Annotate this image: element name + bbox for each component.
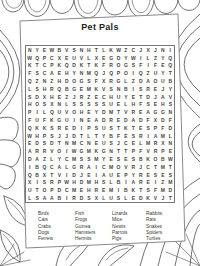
grid-cell: L (107, 179, 114, 187)
grid-cell: Y (70, 69, 77, 77)
grid-cell: B (56, 194, 63, 202)
grid-cell: O (41, 186, 48, 194)
grid-cell: E (63, 124, 70, 132)
grid-cell: M (159, 163, 166, 171)
word-column: LizardsMiceNewtsParrotsPigs (112, 211, 127, 242)
grid-cell: D (56, 186, 63, 194)
grid-cell: Q (167, 54, 174, 62)
grid-cell: N (56, 101, 63, 109)
grid-cell: E (100, 54, 107, 62)
grid-cell: P (41, 132, 48, 140)
grid-cell: H (85, 186, 92, 194)
grid-cell: Z (144, 69, 151, 77)
word-item: Ferrets (38, 236, 53, 242)
grid-cell: D (167, 124, 174, 132)
grid-cell: P (26, 108, 33, 116)
grid-cell: J (159, 194, 166, 202)
grid-cell: E (78, 186, 85, 194)
grid-cell: W (26, 132, 33, 140)
grid-cell: S (33, 85, 40, 93)
grid-cell: Y (167, 85, 174, 93)
grid-cell: M (107, 108, 114, 116)
grid-cell: M (159, 132, 166, 140)
grid-cell: S (107, 85, 114, 93)
grid-cell: E (159, 62, 166, 70)
grid-cell: R (33, 147, 40, 155)
grid-cell: X (41, 171, 48, 179)
grid-cell: K (144, 194, 151, 202)
grid-cell: O (56, 147, 63, 155)
grid-cell: E (107, 155, 114, 163)
page-title: Pet Pals (0, 22, 200, 32)
grid-cell: R (152, 140, 159, 148)
grid-cell: E (115, 171, 122, 179)
grid-cell: Y (159, 69, 166, 77)
word-item: Crabs (38, 224, 53, 230)
grid-cell: S (85, 155, 92, 163)
word-column: FishFrogsGuineaHamstersHermits (75, 211, 96, 242)
grid-cell: S (107, 140, 114, 148)
grid-cell: Q (107, 69, 114, 77)
grid-cell: T (78, 132, 85, 140)
grid-cell: T (48, 171, 55, 179)
grid-cell: D (48, 140, 55, 148)
grid-cell: K (33, 124, 40, 132)
grid-cell: E (159, 171, 166, 179)
grid-cell: Y (122, 93, 129, 101)
grid-cell: A (41, 194, 48, 202)
grid-cell: E (100, 186, 107, 194)
grid-cell: U (159, 77, 166, 85)
grid-cell: M (70, 140, 77, 148)
grid-cell: U (56, 108, 63, 116)
grid-cell: L (122, 77, 129, 85)
grid-cell: A (48, 194, 55, 202)
grid-cell: U (107, 171, 114, 179)
grid-cell: B (107, 132, 114, 140)
word-item: Newts (112, 224, 127, 230)
grid-cell: D (70, 62, 77, 70)
grid-cell: A (33, 155, 40, 163)
grid-cell: D (137, 77, 144, 85)
grid-cell: E (93, 93, 100, 101)
grid-cell: C (78, 140, 85, 148)
grid-cell: Y (33, 46, 40, 54)
grid-cell: H (70, 179, 77, 187)
grid-cell: O (122, 69, 129, 77)
grid-cell: E (56, 69, 63, 77)
grid-cell: S (26, 93, 33, 101)
grid-cell: R (107, 116, 114, 124)
grid-cell: B (63, 85, 70, 93)
grid-cell: H (85, 46, 92, 54)
grid-cell: R (107, 77, 114, 85)
grid-cell: Q (56, 85, 63, 93)
grid-cell: R (137, 179, 144, 187)
grid-cell: D (159, 116, 166, 124)
grid-cell: G (70, 85, 77, 93)
grid-cell: D (167, 186, 174, 194)
grid-cell: D (78, 179, 85, 187)
grid-cell: N (85, 140, 92, 148)
grid-cell: D (100, 116, 107, 124)
grid-cell: W (48, 46, 55, 54)
grid-cell: I (122, 179, 129, 187)
grid-cell: N (167, 140, 174, 148)
grid-cell: P (48, 186, 55, 194)
grid-cell: N (167, 108, 174, 116)
grid-cell: K (122, 124, 129, 132)
grid-cell: D (78, 194, 85, 202)
grid-cell: L (137, 140, 144, 148)
grid-cell: S (137, 85, 144, 93)
grid-cell: X (152, 116, 159, 124)
grid-cell: O (115, 163, 122, 171)
grid-cell: G (100, 147, 107, 155)
grid-cell: P (115, 69, 122, 77)
grid-cell: O (152, 155, 159, 163)
grid-cell: E (115, 101, 122, 109)
grid-cell: S (93, 101, 100, 109)
grid-cell: I (78, 124, 85, 132)
grid-cell: X (48, 101, 55, 109)
grid-cell: T (33, 62, 40, 70)
grid-cell: Z (48, 77, 55, 85)
grid-cell: R (56, 124, 63, 132)
grid-cell: S (152, 171, 159, 179)
grid-cell: P (48, 62, 55, 70)
grid-cell: R (107, 62, 114, 70)
grid-cell: A (159, 93, 166, 101)
grid-cell: K (26, 62, 33, 70)
grid-cell: S (130, 132, 137, 140)
grid-cell: I (167, 46, 174, 54)
grid-cell: X (144, 46, 151, 54)
grid-cell: T (167, 194, 174, 202)
grid-cell: U (115, 93, 122, 101)
grid-cell: I (152, 179, 159, 187)
grid-cell: A (152, 132, 159, 140)
grid-cell: A (144, 108, 151, 116)
grid-cell: I (26, 163, 33, 171)
grid-cell: E (152, 101, 159, 109)
grid-cell: S (93, 124, 100, 132)
grid-cell: B (122, 85, 129, 93)
grid-cell: N (41, 77, 48, 85)
grid-cell: S (33, 69, 40, 77)
grid-cell: T (115, 147, 122, 155)
grid-cell: F (159, 124, 166, 132)
grid-cell: B (159, 155, 166, 163)
grid-cell: Y (100, 155, 107, 163)
grid-cell: I (93, 163, 100, 171)
grid-cell: W (26, 54, 33, 62)
grid-cell: H (56, 77, 63, 85)
grid-cell: E (122, 132, 129, 140)
grid-cell: V (63, 46, 70, 54)
grid-cell: E (93, 140, 100, 148)
grid-cell: O (70, 77, 77, 85)
puzzle-page: Pet Pals NYEWBVSNHTLKWZCJXJNIWQPCXEUVLXE… (0, 0, 200, 266)
grid-cell: Z (159, 179, 166, 187)
grid-cell: J (56, 132, 63, 140)
grid-cell: V (122, 163, 129, 171)
grid-cell: G (78, 147, 85, 155)
grid-cell: C (122, 140, 129, 148)
grid-cell: A (144, 77, 151, 85)
grid-cell: S (78, 155, 85, 163)
grid-cell: C (63, 186, 70, 194)
grid-cell: R (48, 85, 55, 93)
grid-cell: I (33, 108, 40, 116)
grid-cell: N (63, 140, 70, 148)
grid-cell: L (122, 194, 129, 202)
grid-cell: M (85, 147, 92, 155)
grid-cell: S (41, 101, 48, 109)
grid-cell: Z (122, 46, 129, 54)
grid-cell: E (85, 171, 92, 179)
grid-cell: D (137, 116, 144, 124)
grid-cell: E (85, 108, 92, 116)
grid-cell: S (78, 101, 85, 109)
grid-cell: C (144, 163, 151, 171)
grid-cell: I (63, 171, 70, 179)
grid-cell: K (56, 62, 63, 70)
grid-cell: A (26, 147, 33, 155)
grid-cell: W (70, 147, 77, 155)
grid-cell: D (122, 116, 129, 124)
grid-cell: S (85, 101, 92, 109)
grid-cell: B (33, 171, 40, 179)
grid-cell: S (130, 155, 137, 163)
grid-cell: T (167, 69, 174, 77)
grid-cell: J (152, 93, 159, 101)
grid-cell: S (144, 186, 151, 194)
grid-cell: P (152, 124, 159, 132)
grid-cell: V (100, 85, 107, 93)
grid-cell: Y (93, 108, 100, 116)
grid-cell: V (56, 171, 63, 179)
grid-cell: R (48, 179, 55, 187)
grid-cell: Q (63, 62, 70, 70)
grid-cell: E (115, 116, 122, 124)
grid-cell: G (70, 163, 77, 171)
grid-cell: F (26, 69, 33, 77)
grid-cell: T (152, 163, 159, 171)
grid-cell: T (137, 186, 144, 194)
grid-cell: V (144, 147, 151, 155)
grid-cell: G (78, 77, 85, 85)
grid-cell: L (63, 101, 70, 109)
grid-cell: C (63, 155, 70, 163)
grid-cell: N (159, 46, 166, 54)
grid-cell: B (137, 155, 144, 163)
grid-cell: S (144, 124, 151, 132)
grid-cell: Z (33, 77, 40, 85)
grid-cell: H (107, 93, 114, 101)
grid-cell: Y (100, 132, 107, 140)
grid-cell: D (26, 155, 33, 163)
grid-cell: K (41, 124, 48, 132)
grid-cell: I (130, 85, 137, 93)
grid-cell: P (130, 147, 137, 155)
grid-cell: Z (41, 155, 48, 163)
grid-cell: P (159, 147, 166, 155)
grid-cell: T (122, 147, 129, 155)
grid-cell: H (48, 93, 55, 101)
grid-cell: U (70, 54, 77, 62)
grid-cell: H (41, 85, 48, 93)
grid-cell: J (152, 46, 159, 54)
grid-cell: S (107, 124, 114, 132)
word-item: Turtles (146, 236, 162, 242)
grid-cell: E (144, 171, 151, 179)
grid-cell: F (137, 101, 144, 109)
grid-cell: F (152, 186, 159, 194)
grid-cell: N (78, 46, 85, 54)
grid-cell: U (152, 69, 159, 77)
grid-cell: C (100, 93, 107, 101)
grid-cell: R (130, 163, 137, 171)
grid-cell: B (33, 163, 40, 171)
grid-cell: C (130, 46, 137, 54)
grid-cell: D (33, 93, 40, 101)
grid-cell: B (56, 46, 63, 54)
grid-cell: D (70, 132, 77, 140)
grid-cell: E (63, 54, 70, 62)
grid-cell: T (93, 46, 100, 54)
grid-cell: Z (63, 93, 70, 101)
grid-cell: O (152, 77, 159, 85)
grid-cell: S (115, 194, 122, 202)
grid-cell: J (78, 171, 85, 179)
grid-cell: Y (56, 155, 63, 163)
grid-cell: L (100, 46, 107, 54)
grid-cell: C (48, 54, 55, 62)
grid-cell: M (70, 155, 77, 163)
grid-cell: D (137, 194, 144, 202)
grid-cell: K (107, 46, 114, 54)
grid-cell: H (78, 108, 85, 116)
grid-cell: R (130, 108, 137, 116)
grid-cell: O (115, 62, 122, 70)
grid-cell: W (130, 54, 137, 62)
grid-cell: Z (152, 54, 159, 62)
grid-cell: N (107, 147, 114, 155)
grid-cell: E (130, 140, 137, 148)
grid-cell: L (41, 108, 48, 116)
grid-cell: G (115, 77, 122, 85)
grid-cell: Q (41, 163, 48, 171)
grid-cell: T (130, 124, 137, 132)
grid-cell: X (93, 54, 100, 62)
grid-cell: G (122, 62, 129, 70)
grid-cell: S (70, 101, 77, 109)
grid-cell: M (93, 155, 100, 163)
grid-cell: I (130, 69, 137, 77)
grid-cell: H (93, 179, 100, 187)
word-item: Hermits (75, 236, 96, 242)
grid-cell: L (167, 132, 174, 140)
grid-cell: M (70, 186, 77, 194)
grid-cell: O (33, 101, 40, 109)
grid-cell: L (48, 155, 55, 163)
grid-cell: E (56, 93, 63, 101)
grid-cell: N (78, 69, 85, 77)
grid-cell: F (26, 116, 33, 124)
grid-cell: J (159, 85, 166, 93)
grid-cell: E (78, 85, 85, 93)
grid-cell: Y (130, 171, 137, 179)
grid-cell: T (137, 93, 144, 101)
grid-cell: G (159, 108, 166, 116)
grid-cell: I (93, 171, 100, 179)
grid-cell: T (115, 124, 122, 132)
grid-cell: C (100, 163, 107, 171)
grid-cell: L (122, 101, 129, 109)
grid-cell: E (137, 108, 144, 116)
grid-cell: J (63, 132, 70, 140)
grid-cell: S (41, 179, 48, 187)
grid-cell: Q (48, 108, 55, 116)
grid-cell: Y (159, 54, 166, 62)
grid-cell: C (48, 163, 55, 171)
grid-cell: U (100, 140, 107, 148)
grid-cell: T (115, 108, 122, 116)
grid-cell: A (130, 116, 137, 124)
grid-cell: N (26, 46, 33, 54)
grid-cell: F (100, 62, 107, 70)
grid-cell: W (115, 46, 122, 54)
grid-cell: I (63, 147, 70, 155)
grid-cell: G (107, 54, 114, 62)
grid-cell: U (100, 124, 107, 132)
grid-cell: X (56, 54, 63, 62)
grid-cell: J (100, 69, 107, 77)
grid-cell: U (107, 194, 114, 202)
grid-cell: B (167, 77, 174, 85)
grid-cell: U (26, 186, 33, 194)
grid-cell: I (63, 194, 70, 202)
grid-cell: Z (85, 93, 92, 101)
grid-cell: W (63, 179, 70, 187)
grid-cell: S (48, 132, 55, 140)
grid-cell: U (63, 116, 70, 124)
grid-cell: U (33, 116, 40, 124)
grid-cell: T (93, 132, 100, 140)
grid-cell: Q (167, 62, 174, 70)
grid-cell: D (70, 171, 77, 179)
grid-cell: E (167, 147, 174, 155)
grid-cell: S (85, 194, 92, 202)
grid-cell: S (48, 124, 55, 132)
grid-cell: S (167, 101, 174, 109)
grid-cell: R (78, 163, 85, 171)
grid-cell: I (33, 179, 40, 187)
grid-cell: F (93, 77, 100, 85)
grid-cell: R (41, 147, 48, 155)
grid-cell: E (130, 194, 137, 202)
grid-cell: G (56, 116, 63, 124)
grid-cell: L (26, 85, 33, 93)
grid-cell: H (130, 101, 137, 109)
grid-cell: M (159, 186, 166, 194)
grid-cell: A (85, 163, 92, 171)
grid-cell: F (144, 116, 151, 124)
grid-cell: V (152, 194, 159, 202)
grid-cell: R (70, 194, 77, 202)
grid-cell: N (115, 85, 122, 93)
